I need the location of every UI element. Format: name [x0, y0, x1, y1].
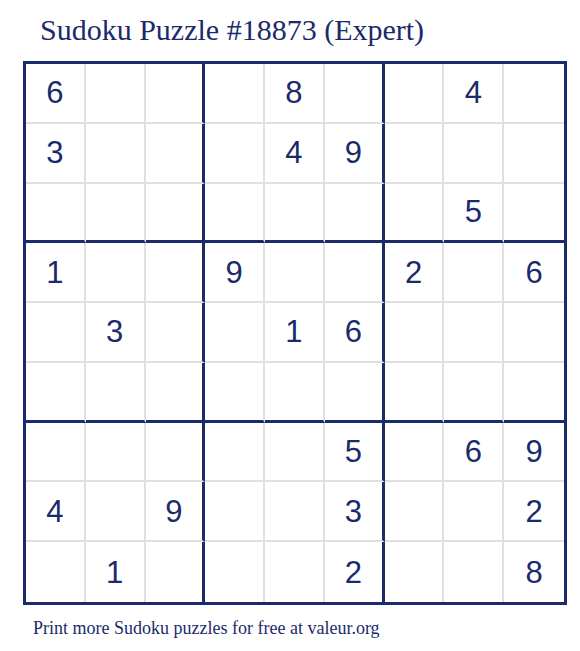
page-title: Sudoku Puzzle #18873 (Expert)	[40, 13, 424, 47]
cell-r1c5[interactable]: 8	[265, 64, 325, 124]
cell-r4c2[interactable]	[86, 243, 146, 303]
cell-r4c9[interactable]: 6	[504, 243, 564, 303]
given-digit: 9	[165, 496, 182, 527]
cell-r1c9[interactable]	[504, 64, 564, 124]
cell-r2c7[interactable]	[385, 124, 445, 184]
cell-r1c8[interactable]: 4	[444, 64, 504, 124]
cell-r6c3[interactable]	[146, 363, 206, 423]
given-digit: 9	[345, 137, 362, 168]
cell-r5c8[interactable]	[444, 303, 504, 363]
cell-r3c4[interactable]	[205, 184, 265, 244]
cell-r1c7[interactable]	[385, 64, 445, 124]
cell-r2c5[interactable]: 4	[265, 124, 325, 184]
cell-r6c9[interactable]	[504, 363, 564, 423]
cell-r9c3[interactable]	[146, 542, 206, 602]
cell-r5c4[interactable]	[205, 303, 265, 363]
cell-r6c6[interactable]	[325, 363, 385, 423]
given-digit: 6	[46, 77, 63, 108]
given-digit: 6	[465, 436, 482, 467]
cell-r7c9[interactable]: 9	[504, 423, 564, 483]
cell-r5c1[interactable]	[26, 303, 86, 363]
cell-r3c1[interactable]	[26, 184, 86, 244]
cell-r4c6[interactable]	[325, 243, 385, 303]
cell-r8c4[interactable]	[205, 482, 265, 542]
cell-r3c5[interactable]	[265, 184, 325, 244]
cell-r8c2[interactable]	[86, 482, 146, 542]
given-digit: 2	[345, 557, 362, 588]
cell-r7c7[interactable]	[385, 423, 445, 483]
cell-r3c6[interactable]	[325, 184, 385, 244]
given-digit: 8	[525, 557, 542, 588]
given-digit: 6	[345, 316, 362, 347]
cell-r5c2[interactable]: 3	[86, 303, 146, 363]
cell-r8c3[interactable]: 9	[146, 482, 206, 542]
cell-r9c4[interactable]	[205, 542, 265, 602]
cell-r6c8[interactable]	[444, 363, 504, 423]
cell-r9c1[interactable]	[26, 542, 86, 602]
cell-r6c2[interactable]	[86, 363, 146, 423]
cell-r9c5[interactable]	[265, 542, 325, 602]
given-digit: 6	[525, 257, 542, 288]
cell-r1c4[interactable]	[205, 64, 265, 124]
cell-r6c7[interactable]	[385, 363, 445, 423]
cell-r3c3[interactable]	[146, 184, 206, 244]
cell-r7c1[interactable]	[26, 423, 86, 483]
cell-r2c3[interactable]	[146, 124, 206, 184]
cell-r7c8[interactable]: 6	[444, 423, 504, 483]
cell-r5c9[interactable]	[504, 303, 564, 363]
cell-r4c8[interactable]	[444, 243, 504, 303]
given-digit: 1	[46, 257, 63, 288]
cell-r7c4[interactable]	[205, 423, 265, 483]
cell-r8c6[interactable]: 3	[325, 482, 385, 542]
cell-r9c6[interactable]: 2	[325, 542, 385, 602]
cell-r7c2[interactable]	[86, 423, 146, 483]
cell-r6c1[interactable]	[26, 363, 86, 423]
cell-r4c1[interactable]: 1	[26, 243, 86, 303]
given-digit: 5	[345, 436, 362, 467]
cell-r4c3[interactable]	[146, 243, 206, 303]
cell-r1c1[interactable]: 6	[26, 64, 86, 124]
cell-r2c6[interactable]: 9	[325, 124, 385, 184]
cell-r9c2[interactable]: 1	[86, 542, 146, 602]
cell-r5c6[interactable]: 6	[325, 303, 385, 363]
cell-r9c9[interactable]: 8	[504, 542, 564, 602]
given-digit: 3	[345, 496, 362, 527]
cell-r5c3[interactable]	[146, 303, 206, 363]
given-digit: 4	[465, 77, 482, 108]
cell-r8c9[interactable]: 2	[504, 482, 564, 542]
given-digit: 9	[525, 436, 542, 467]
cell-r8c1[interactable]: 4	[26, 482, 86, 542]
cell-r5c5[interactable]: 1	[265, 303, 325, 363]
cell-r2c9[interactable]	[504, 124, 564, 184]
cell-r3c8[interactable]: 5	[444, 184, 504, 244]
sudoku-board: 684349519263165694932128	[23, 61, 567, 605]
cell-r4c4[interactable]: 9	[205, 243, 265, 303]
cell-r8c7[interactable]	[385, 482, 445, 542]
cell-r2c2[interactable]	[86, 124, 146, 184]
cell-r5c7[interactable]	[385, 303, 445, 363]
page: Sudoku Puzzle #18873 (Expert) 6843495192…	[0, 0, 580, 651]
given-digit: 8	[285, 77, 302, 108]
cell-r4c7[interactable]: 2	[385, 243, 445, 303]
cell-r9c8[interactable]	[444, 542, 504, 602]
cell-r9c7[interactable]	[385, 542, 445, 602]
cell-r6c5[interactable]	[265, 363, 325, 423]
given-digit: 1	[285, 316, 302, 347]
cell-r6c4[interactable]	[205, 363, 265, 423]
given-digit: 2	[405, 257, 422, 288]
given-digit: 3	[106, 316, 123, 347]
cell-r2c1[interactable]: 3	[26, 124, 86, 184]
given-digit: 1	[106, 557, 123, 588]
cell-r1c3[interactable]	[146, 64, 206, 124]
given-digit: 4	[46, 496, 63, 527]
cell-r8c8[interactable]	[444, 482, 504, 542]
given-digit: 3	[46, 137, 63, 168]
cell-r7c6[interactable]: 5	[325, 423, 385, 483]
given-digit: 9	[226, 257, 243, 288]
cell-r1c6[interactable]	[325, 64, 385, 124]
cell-r8c5[interactable]	[265, 482, 325, 542]
given-digit: 5	[465, 196, 482, 227]
footer-text: Print more Sudoku puzzles for free at va…	[33, 618, 380, 639]
cell-r2c8[interactable]	[444, 124, 504, 184]
cell-r2c4[interactable]	[205, 124, 265, 184]
cell-r7c5[interactable]	[265, 423, 325, 483]
cell-r3c7[interactable]	[385, 184, 445, 244]
given-digit: 4	[285, 137, 302, 168]
cell-r7c3[interactable]	[146, 423, 206, 483]
cell-r4c5[interactable]	[265, 243, 325, 303]
cell-r3c9[interactable]	[504, 184, 564, 244]
cell-r3c2[interactable]	[86, 184, 146, 244]
cell-r1c2[interactable]	[86, 64, 146, 124]
given-digit: 2	[525, 496, 542, 527]
